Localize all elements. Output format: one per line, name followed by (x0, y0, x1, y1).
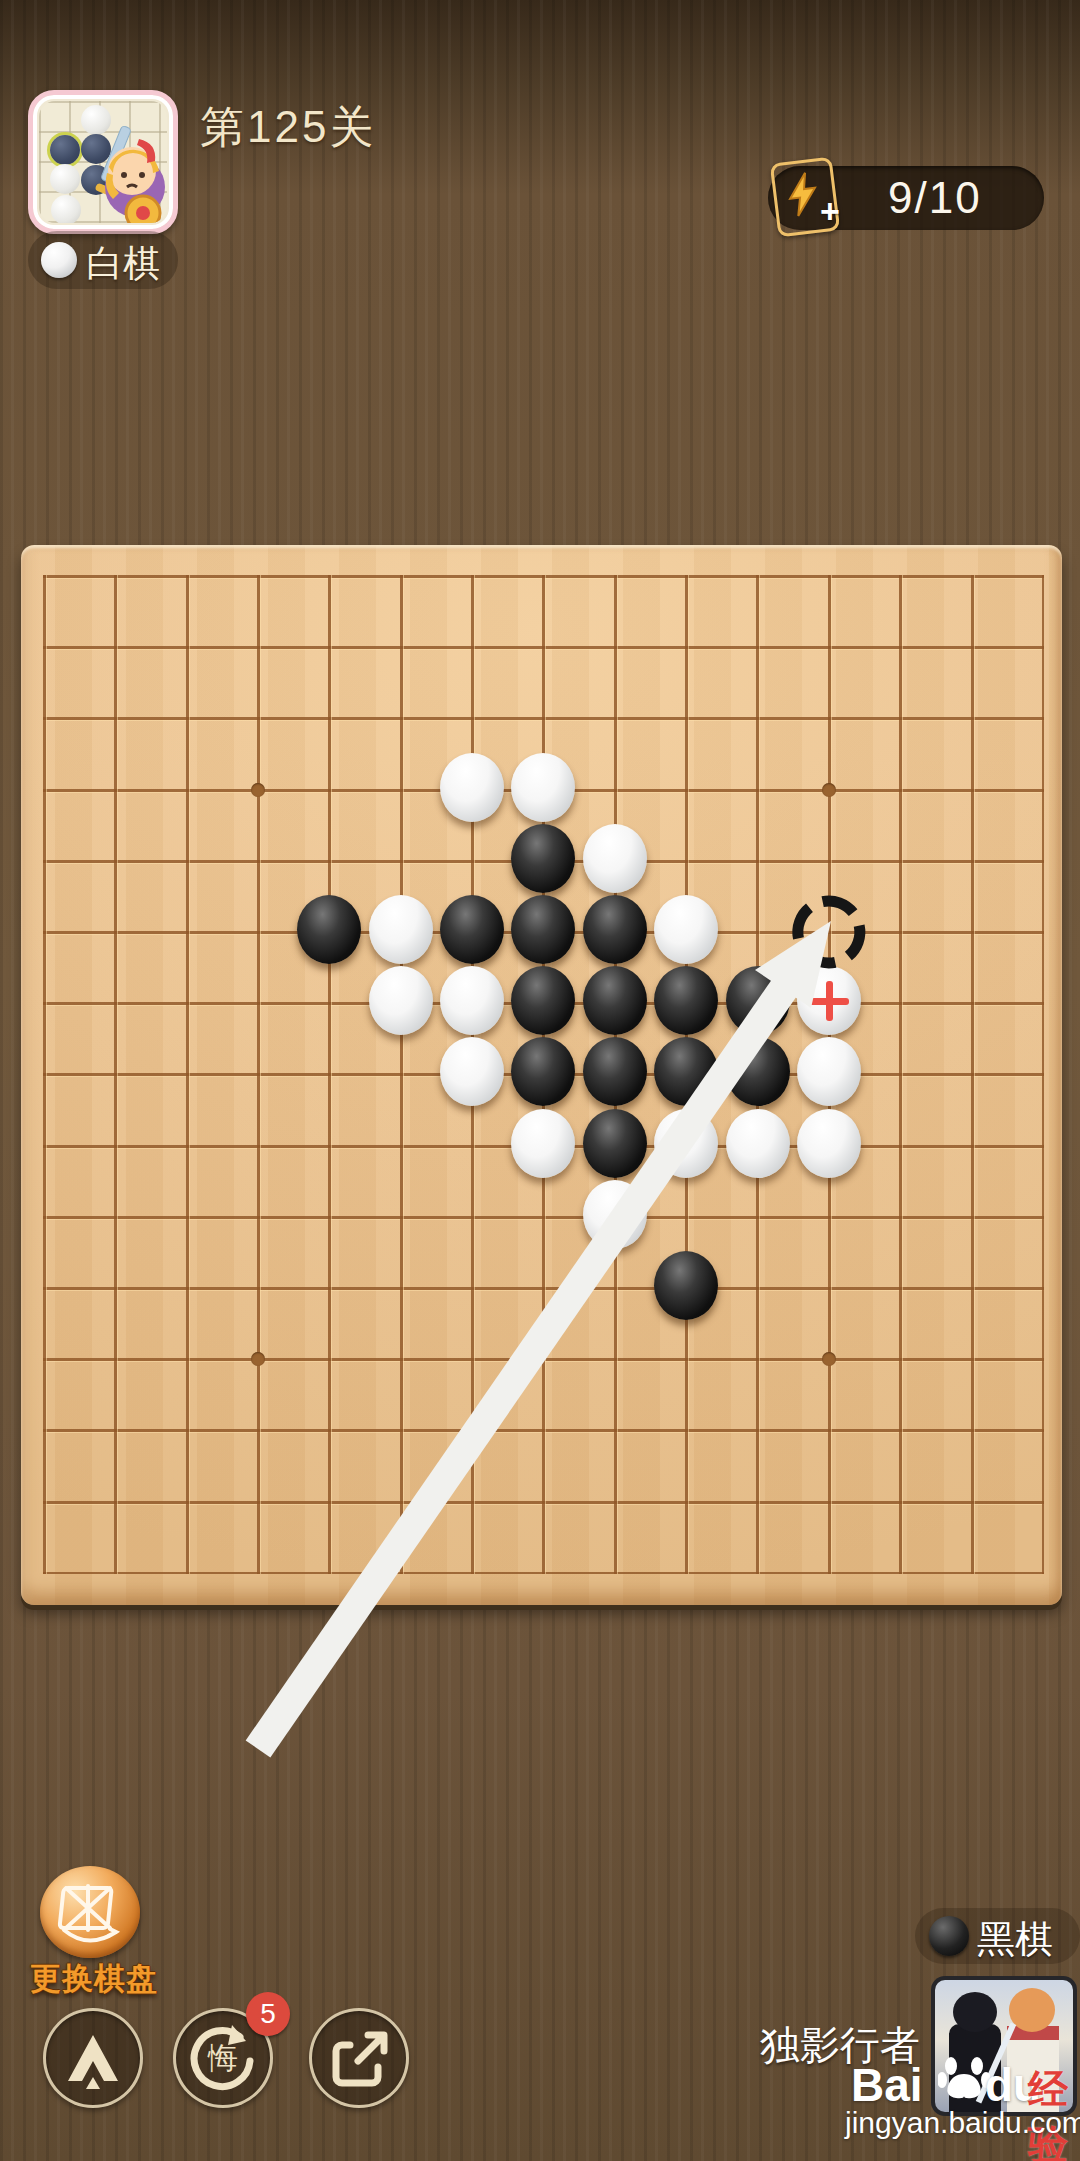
white-stone (654, 1109, 718, 1178)
black-stone (511, 824, 575, 893)
white-stone (369, 895, 433, 964)
home-button[interactable] (43, 2008, 143, 2108)
share-icon (312, 2011, 406, 2105)
energy-plus-icon[interactable]: + (820, 192, 840, 231)
baidu-paw-icon (938, 2052, 990, 2104)
red-cross-marker (809, 981, 849, 1021)
app-logo-icon (28, 90, 178, 234)
logo-knight-illustration (39, 101, 167, 223)
white-stone (726, 1109, 790, 1178)
white-stone (583, 824, 647, 893)
undo-label: 悔 (208, 2038, 238, 2079)
lightning-icon (781, 169, 824, 219)
star-point (822, 783, 836, 797)
level-title: 第125关 (200, 98, 376, 157)
baidu-logo-text: Bai (851, 2058, 923, 2112)
black-stone (583, 895, 647, 964)
black-stone (654, 1251, 718, 1320)
gomoku-game-screen: 第125关 白棋 + 9/10 更换棋盘 (0, 0, 1080, 2161)
white-stone (440, 1037, 504, 1106)
black-stone (654, 966, 718, 1035)
peak-arrow-icon (46, 2011, 140, 2105)
energy-count: 9/10 (888, 173, 982, 223)
black-stone (440, 895, 504, 964)
star-point (251, 783, 265, 797)
black-stone (297, 895, 361, 964)
white-stone (511, 1109, 575, 1178)
black-stone (583, 966, 647, 1035)
app-logo-board (39, 101, 167, 223)
black-stone (726, 1037, 790, 1106)
turn-label: 白棋 (86, 239, 160, 289)
black-stone-icon (929, 1916, 969, 1956)
undo-count-badge: 5 (246, 1992, 290, 2036)
white-stone-last-move (797, 966, 861, 1035)
change-board-button[interactable]: 更换棋盘 (30, 1862, 185, 1987)
turn-indicator: 白棋 (28, 231, 178, 289)
opponent-label: 黑棋 (977, 1914, 1053, 1965)
share-button[interactable] (309, 2008, 409, 2108)
white-stone (654, 895, 718, 964)
white-stone (440, 753, 504, 822)
white-stone (583, 1180, 647, 1249)
white-stone (440, 966, 504, 1035)
black-stone (583, 1037, 647, 1106)
white-stone (797, 1109, 861, 1178)
white-stone (369, 966, 433, 1035)
white-stone-icon (41, 242, 77, 278)
energy-counter[interactable]: + 9/10 (768, 166, 1044, 230)
white-stone (511, 753, 575, 822)
opponent-indicator: 黑棋 (915, 1908, 1080, 1964)
watermark-url: jingyan.baidu.com (845, 2106, 1080, 2140)
star-point (822, 1352, 836, 1366)
black-stone (726, 966, 790, 1035)
change-board-icon (40, 1866, 140, 1958)
black-stone (511, 895, 575, 964)
black-stone (583, 1109, 647, 1178)
white-stone (797, 1037, 861, 1106)
change-board-label: 更换棋盘 (30, 1958, 190, 2000)
